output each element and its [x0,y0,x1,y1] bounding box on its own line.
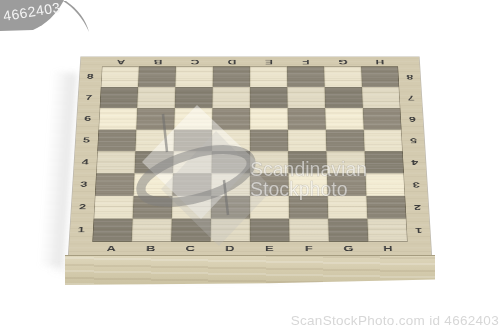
file-label-bottom-d: D [210,242,250,256]
file-label-top-d: D [213,57,250,66]
file-label-bottom-e: E [250,242,290,256]
square-f6 [288,108,326,129]
square-b4 [135,151,174,173]
rank-label-left-2: 2 [71,196,95,219]
square-c6 [174,108,212,129]
rank-label-right-8: 8 [398,66,421,87]
square-e7 [250,87,288,108]
file-label-top-b: B [139,57,176,66]
square-f5 [288,130,326,152]
square-c4 [173,151,212,173]
square-e1 [250,219,289,242]
square-e6 [250,108,288,129]
frame-corner-top-right [398,57,420,66]
rank-label-right-3: 3 [404,173,428,195]
square-f8 [287,66,325,87]
file-label-top-g: G [324,57,361,66]
square-a2 [94,196,134,219]
board-front-edge [65,255,435,285]
rank-label-left-3: 3 [72,173,96,195]
square-a7 [100,87,138,108]
square-g1 [328,219,368,242]
square-d3 [211,173,250,195]
square-h1 [367,219,407,242]
frame-corner-bottom-right [408,242,432,256]
file-label-bottom-b: B [131,242,171,256]
file-label-top-h: H [361,57,398,66]
file-label-bottom-g: G [329,242,369,256]
square-a8 [101,66,139,87]
square-h6 [363,108,402,129]
square-e5 [250,130,288,152]
square-d5 [212,130,250,152]
square-g7 [325,87,363,108]
square-f3 [288,173,327,195]
file-label-top-a: A [102,57,139,66]
square-b6 [136,108,174,129]
rank-label-left-1: 1 [70,219,94,242]
square-b7 [137,87,175,108]
square-c1 [171,219,211,242]
watermark-credit-line: ScanStockPhoto.com id 4662403 [291,313,499,328]
stock-photo-canvas: ABCDEFGH8877665544332211ABCDEFGH Scandin… [0,0,500,333]
square-g5 [326,130,365,152]
square-h7 [362,87,400,108]
square-a6 [98,108,137,129]
square-a1 [92,219,132,242]
frame-corner-bottom-left [69,242,93,256]
file-label-top-c: C [176,57,213,66]
frame-corner-top-left [80,57,102,66]
square-e3 [250,173,289,195]
square-f1 [289,219,329,242]
rank-label-right-6: 6 [400,108,423,129]
rank-label-left-4: 4 [74,151,97,173]
square-h4 [365,151,404,173]
file-label-top-f: F [287,57,324,66]
square-b1 [132,219,172,242]
chessboard: ABCDEFGH8877665544332211ABCDEFGH [69,57,432,256]
square-g6 [325,108,363,129]
square-h2 [366,196,406,219]
square-b5 [135,130,174,152]
square-e2 [250,196,289,219]
square-a4 [96,151,135,173]
square-h5 [364,130,403,152]
square-f4 [288,151,327,173]
rank-label-right-4: 4 [403,151,426,173]
square-g4 [326,151,365,173]
square-b2 [133,196,173,219]
square-c2 [172,196,211,219]
rank-label-right-1: 1 [406,219,430,242]
rank-label-left-7: 7 [78,87,101,108]
square-b8 [138,66,176,87]
square-c5 [174,130,212,152]
square-d7 [212,87,250,108]
watermark-corner-ribbon: 4662403 [0,0,110,45]
square-g8 [324,66,362,87]
rank-label-left-8: 8 [79,66,102,87]
square-d6 [212,108,250,129]
ribbon-tail-icon [63,1,89,32]
rank-label-right-2: 2 [405,196,429,219]
square-a3 [95,173,135,195]
file-label-top-e: E [250,57,287,66]
watermark-image-id: 4662403 [2,0,62,24]
square-g2 [328,196,368,219]
square-d1 [211,219,250,242]
square-a5 [97,130,136,152]
square-g3 [327,173,366,195]
file-label-bottom-c: C [171,242,211,256]
rank-label-right-7: 7 [399,87,422,108]
square-b3 [134,173,173,195]
square-e8 [250,66,287,87]
file-label-bottom-f: F [289,242,329,256]
square-f7 [287,87,325,108]
rank-label-right-5: 5 [402,130,425,152]
square-c7 [175,87,213,108]
rank-label-left-5: 5 [75,130,98,152]
rank-label-left-6: 6 [77,108,100,129]
square-d4 [212,151,250,173]
file-label-bottom-a: A [91,242,131,256]
file-label-bottom-h: H [368,242,408,256]
square-c8 [175,66,213,87]
square-h8 [361,66,399,87]
ribbon-swoosh-icon [0,0,64,31]
square-h3 [365,173,405,195]
square-c3 [172,173,211,195]
square-d2 [211,196,250,219]
square-f2 [289,196,328,219]
square-d8 [213,66,250,87]
square-e4 [250,151,288,173]
